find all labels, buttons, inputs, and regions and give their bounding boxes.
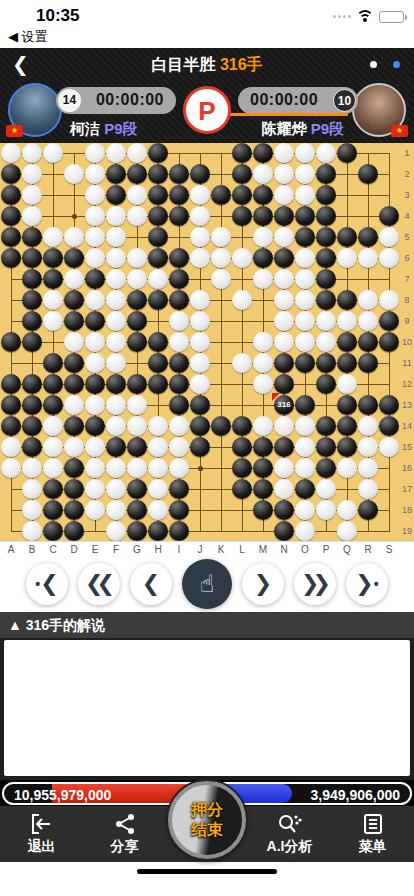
black-stone — [22, 437, 42, 457]
white-stone — [106, 269, 126, 289]
nav-to-start-button[interactable]: •❮ — [26, 563, 68, 605]
white-stone — [64, 269, 84, 289]
black-stone — [85, 416, 105, 436]
black-stone — [43, 374, 63, 394]
black-stone — [22, 290, 42, 310]
white-stone — [337, 500, 357, 520]
white-stone — [295, 311, 315, 331]
black-stone — [295, 227, 315, 247]
triangle-icon: ▲ — [8, 617, 22, 633]
black-stone — [148, 164, 168, 184]
white-stone — [316, 479, 336, 499]
black-stone — [169, 353, 189, 373]
black-stone — [274, 500, 294, 520]
white-stone — [127, 185, 147, 205]
current-move-number: 316 — [274, 400, 294, 409]
black-stone — [169, 185, 189, 205]
black-stone — [64, 290, 84, 310]
right-player-avatar: ★ — [352, 83, 406, 137]
white-stone — [211, 248, 231, 268]
china-flag-icon: ★ — [6, 125, 23, 137]
black-stone — [295, 353, 315, 373]
black-stone — [169, 395, 189, 415]
black-stone — [1, 374, 21, 394]
white-stone — [85, 437, 105, 457]
black-stone — [190, 437, 210, 457]
column-coordinate-labels: ABCDEFGHIJKLMNOPQRS — [0, 541, 414, 556]
black-stone — [64, 416, 84, 436]
black-stone — [316, 458, 336, 478]
white-stone — [127, 458, 147, 478]
white-stone — [358, 479, 378, 499]
black-stone — [337, 290, 357, 310]
white-stone — [274, 332, 294, 352]
white-stone — [190, 332, 210, 352]
page-dot-white[interactable] — [370, 61, 377, 68]
black-stone — [232, 416, 252, 436]
white-stone — [43, 290, 63, 310]
star-point — [72, 214, 77, 219]
row-label: 15 — [400, 442, 414, 452]
white-stone — [85, 206, 105, 226]
white-stone — [358, 290, 378, 310]
white-stone — [295, 143, 315, 163]
black-stone — [1, 206, 21, 226]
white-stone — [85, 290, 105, 310]
column-label: O — [298, 544, 312, 555]
row-label: 17 — [400, 484, 414, 494]
white-stone — [85, 164, 105, 184]
white-stone — [64, 395, 84, 415]
black-stone — [253, 479, 273, 499]
black-stone — [190, 164, 210, 184]
white-stone — [106, 458, 126, 478]
black-stone — [316, 227, 336, 247]
black-stone — [106, 374, 126, 394]
move-count: 316手 — [220, 56, 263, 73]
right-player-clock: 00:00:00 10 — [238, 87, 358, 114]
white-stone — [43, 143, 63, 163]
column-label: P — [319, 544, 333, 555]
black-stone — [148, 206, 168, 226]
black-stone — [274, 521, 294, 541]
white-stone — [22, 164, 42, 184]
right-score-value: 3,949,906,000 — [310, 787, 400, 803]
white-stone — [232, 248, 252, 268]
black-stone — [148, 227, 168, 247]
column-label: M — [256, 544, 270, 555]
white-stone — [106, 353, 126, 373]
white-stone — [43, 311, 63, 331]
black-stone — [358, 353, 378, 373]
black-stone — [148, 290, 168, 310]
white-stone — [127, 248, 147, 268]
white-stone — [379, 290, 399, 310]
black-stone — [1, 185, 21, 205]
black-stone — [64, 353, 84, 373]
white-stone — [358, 416, 378, 436]
column-label: Q — [340, 544, 354, 555]
black-stone — [358, 164, 378, 184]
white-stone — [169, 458, 189, 478]
black-stone — [1, 164, 21, 184]
white-stone — [253, 269, 273, 289]
row-label: 19 — [400, 526, 414, 536]
black-stone — [316, 269, 336, 289]
comment-text-box[interactable] — [4, 640, 410, 776]
black-stone — [64, 521, 84, 541]
row-label: 5 — [400, 232, 414, 242]
white-stone — [295, 269, 315, 289]
page-indicator[interactable] — [370, 61, 400, 68]
white-stone — [274, 458, 294, 478]
white-stone — [64, 227, 84, 247]
black-stone — [232, 479, 252, 499]
menu-icon — [361, 813, 385, 835]
black-stone — [169, 374, 189, 394]
white-stone — [1, 143, 21, 163]
black-stone — [379, 416, 399, 436]
white-stone — [337, 521, 357, 541]
black-stone — [232, 185, 252, 205]
end-label: 结束 — [191, 821, 223, 839]
row-label: 9 — [400, 316, 414, 326]
white-stone — [1, 437, 21, 457]
white-stone — [106, 521, 126, 541]
exit-button[interactable]: 退出 — [0, 806, 83, 862]
row-label: 18 — [400, 505, 414, 515]
left-player-avatar: ★ — [8, 83, 62, 137]
bet-label: 押分 — [191, 801, 223, 819]
white-stone — [22, 521, 42, 541]
black-stone — [379, 332, 399, 352]
black-stone — [337, 143, 357, 163]
row-label: 6 — [400, 253, 414, 263]
white-stone — [295, 521, 315, 541]
right-player-rank: P9段 — [311, 120, 344, 137]
white-stone — [379, 227, 399, 247]
white-stone — [295, 164, 315, 184]
black-stone — [379, 311, 399, 331]
white-stone — [85, 227, 105, 247]
black-stone — [316, 248, 336, 268]
white-stone — [64, 164, 84, 184]
black-stone — [43, 395, 63, 415]
row-label: 4 — [400, 211, 414, 221]
black-stone — [232, 143, 252, 163]
exit-icon — [30, 813, 54, 835]
nav-back-10-button[interactable]: ❮❮ — [78, 563, 120, 605]
white-stone — [316, 500, 336, 520]
black-stone — [169, 290, 189, 310]
black-stone — [232, 437, 252, 457]
black-stone — [211, 185, 231, 205]
black-stone — [64, 374, 84, 394]
black-stone — [379, 206, 399, 226]
white-stone — [169, 332, 189, 352]
white-stone — [295, 458, 315, 478]
row-label: 11 — [400, 358, 414, 368]
left-player-name: 柯洁 P9段 — [70, 120, 138, 139]
white-stone — [85, 332, 105, 352]
right-clock-time: 00:00:00 — [250, 91, 318, 109]
white-stone — [295, 290, 315, 310]
white-stone — [211, 269, 231, 289]
column-label: J — [193, 544, 207, 555]
row-label: 12 — [400, 379, 414, 389]
white-stone — [190, 311, 210, 331]
black-stone — [316, 185, 336, 205]
black-stone — [253, 143, 273, 163]
battery-icon — [379, 11, 404, 23]
black-stone — [127, 164, 147, 184]
turn-indicator-line — [230, 113, 348, 116]
black-stone — [358, 395, 378, 415]
black-stone — [232, 206, 252, 226]
row-label: 1 — [400, 148, 414, 158]
white-stone — [274, 227, 294, 247]
white-stone — [85, 395, 105, 415]
share-button[interactable]: 分享 — [83, 806, 166, 862]
white-stone — [85, 458, 105, 478]
ai-analysis-button[interactable]: A.I分析 — [248, 806, 331, 862]
black-stone — [169, 479, 189, 499]
column-label: E — [88, 544, 102, 555]
white-stone — [148, 479, 168, 499]
white-stone — [127, 206, 147, 226]
white-stone — [106, 227, 126, 247]
black-stone — [1, 227, 21, 247]
white-stone — [85, 185, 105, 205]
column-label: S — [382, 544, 396, 555]
white-stone — [358, 437, 378, 457]
nav-forward-10-button[interactable]: ❯❯ — [294, 563, 336, 605]
white-stone — [232, 353, 252, 373]
row-label: 2 — [400, 169, 414, 179]
right-player-name: 陈耀烨 P9段 — [261, 120, 344, 139]
white-stone — [43, 458, 63, 478]
black-stone — [274, 437, 294, 457]
left-score-value: 10,955,979,000 — [14, 787, 111, 803]
black-stone — [295, 479, 315, 499]
left-player-clock: 14 00:00:00 — [56, 87, 176, 114]
black-stone — [127, 521, 147, 541]
black-stone — [316, 416, 336, 436]
black-stone — [148, 143, 168, 163]
left-player-rank: P9段 — [104, 120, 137, 137]
white-stone — [43, 416, 63, 436]
black-stone — [127, 311, 147, 331]
column-label: K — [214, 544, 228, 555]
white-stone — [358, 311, 378, 331]
white-stone — [190, 353, 210, 373]
column-label: R — [361, 544, 375, 555]
current-move-stone: 316 — [274, 395, 294, 415]
status-time: 10:35 — [36, 6, 79, 26]
black-stone — [127, 374, 147, 394]
black-stone — [253, 500, 273, 520]
white-stone — [274, 185, 294, 205]
black-stone — [253, 206, 273, 226]
white-stone — [253, 227, 273, 247]
black-stone — [22, 227, 42, 247]
black-stone — [274, 206, 294, 226]
menu-button[interactable]: 菜单 — [331, 806, 414, 862]
white-stone — [190, 248, 210, 268]
black-stone — [169, 521, 189, 541]
white-stone — [43, 227, 63, 247]
white-stone — [106, 290, 126, 310]
black-stone — [316, 437, 336, 457]
white-stone — [274, 143, 294, 163]
black-stone — [64, 479, 84, 499]
black-stone — [22, 332, 42, 352]
bet-end-button[interactable]: 押分 结束 — [168, 781, 246, 859]
white-stone — [169, 437, 189, 457]
column-label: L — [235, 544, 249, 555]
white-stone — [274, 269, 294, 289]
black-stone — [295, 395, 315, 415]
black-stone — [64, 311, 84, 331]
cellular-signal-icon — [333, 15, 351, 18]
white-stone — [106, 143, 126, 163]
white-stone — [85, 353, 105, 373]
home-indicator — [137, 869, 277, 874]
white-stone — [337, 458, 357, 478]
white-stone — [148, 269, 168, 289]
black-stone — [1, 332, 21, 352]
white-stone — [358, 458, 378, 478]
black-stone — [148, 248, 168, 268]
back-to-settings-link[interactable]: ◀ 设置 — [8, 28, 48, 46]
black-stone — [358, 227, 378, 247]
column-label: H — [151, 544, 165, 555]
column-label: B — [25, 544, 39, 555]
share-icon — [113, 813, 137, 835]
white-stone — [253, 164, 273, 184]
black-stone — [1, 395, 21, 415]
white-stone — [22, 479, 42, 499]
white-stone — [148, 458, 168, 478]
white-stone — [148, 500, 168, 520]
black-stone — [148, 332, 168, 352]
row-label: 10 — [400, 337, 414, 347]
row-label: 8 — [400, 295, 414, 305]
black-stone — [64, 458, 84, 478]
white-stone — [106, 206, 126, 226]
white-stone — [22, 458, 42, 478]
black-stone — [127, 290, 147, 310]
status-bar: 10:35 ◀ 设置 — [0, 0, 414, 48]
white-stone — [85, 248, 105, 268]
white-stone — [106, 395, 126, 415]
white-stone — [337, 311, 357, 331]
nav-to-end-button[interactable]: ❯• — [346, 563, 388, 605]
white-stone — [316, 332, 336, 352]
black-stone — [148, 374, 168, 394]
go-board[interactable]: 12345678910111213141516171819 316 — [0, 143, 414, 541]
white-stone — [64, 332, 84, 352]
black-stone — [316, 374, 336, 394]
black-stone — [274, 248, 294, 268]
column-label: C — [46, 544, 60, 555]
page-dot-blue[interactable] — [393, 61, 400, 68]
nav-play-hand-button[interactable]: ☝ — [182, 559, 232, 609]
white-stone — [127, 269, 147, 289]
pass-badge: P — [183, 86, 231, 134]
white-stone — [148, 416, 168, 436]
star-point — [198, 466, 203, 471]
black-stone — [316, 164, 336, 184]
white-stone — [274, 290, 294, 310]
white-stone — [106, 311, 126, 331]
white-stone — [1, 458, 21, 478]
white-stone — [106, 248, 126, 268]
column-label: A — [4, 544, 18, 555]
white-stone — [106, 416, 126, 436]
white-stone — [274, 479, 294, 499]
left-captures-badge: 14 — [58, 89, 81, 112]
white-stone — [22, 185, 42, 205]
white-stone — [106, 479, 126, 499]
black-stone — [337, 437, 357, 457]
black-stone — [22, 311, 42, 331]
white-stone — [127, 395, 147, 415]
black-stone — [22, 269, 42, 289]
white-stone — [106, 332, 126, 352]
black-stone — [43, 521, 63, 541]
white-stone — [85, 500, 105, 520]
black-stone — [316, 206, 336, 226]
black-stone — [295, 206, 315, 226]
white-stone — [22, 206, 42, 226]
row-label: 3 — [400, 190, 414, 200]
white-stone — [295, 416, 315, 436]
black-stone — [22, 416, 42, 436]
column-label: F — [109, 544, 123, 555]
column-label: D — [67, 544, 81, 555]
white-stone — [295, 437, 315, 457]
black-stone — [169, 164, 189, 184]
nav-back-1-button[interactable]: ❮ — [130, 563, 172, 605]
white-stone — [274, 164, 294, 184]
black-stone — [43, 479, 63, 499]
black-stone — [358, 500, 378, 520]
white-stone — [295, 248, 315, 268]
comment-header[interactable]: ▲ 316手的解说 — [0, 612, 414, 638]
white-stone — [253, 332, 273, 352]
white-stone — [106, 500, 126, 520]
black-stone — [274, 374, 294, 394]
nav-forward-1-button[interactable]: ❯ — [242, 563, 284, 605]
white-stone — [337, 248, 357, 268]
black-stone — [337, 395, 357, 415]
white-stone — [85, 143, 105, 163]
black-stone — [169, 500, 189, 520]
white-stone — [43, 437, 63, 457]
black-stone — [274, 353, 294, 373]
black-stone — [253, 437, 273, 457]
white-stone — [127, 416, 147, 436]
black-stone — [64, 500, 84, 520]
black-stone — [148, 353, 168, 373]
black-stone — [169, 269, 189, 289]
black-stone — [190, 416, 210, 436]
white-stone — [253, 353, 273, 373]
black-stone — [379, 395, 399, 415]
nav-header: ❮ 白目半胜 316手 — [0, 48, 414, 80]
black-stone — [358, 332, 378, 352]
